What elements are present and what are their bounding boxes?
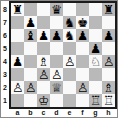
black-pawn[interactable]: ♟ xyxy=(38,29,49,42)
square-f8[interactable] xyxy=(76,3,89,16)
square-g3[interactable] xyxy=(89,68,102,81)
square-g7[interactable] xyxy=(89,16,102,29)
square-g5[interactable]: ♟ xyxy=(89,42,102,55)
white-bishop[interactable]: ♗ xyxy=(38,55,49,68)
white-queen[interactable]: ♕ xyxy=(51,81,62,94)
square-d1[interactable] xyxy=(50,94,63,107)
square-g6[interactable] xyxy=(89,29,102,42)
square-b4[interactable] xyxy=(24,55,37,68)
white-pawn[interactable]: ♙ xyxy=(12,81,23,94)
square-d5[interactable] xyxy=(50,42,63,55)
square-f7[interactable]: ♚ xyxy=(76,16,89,29)
square-h1[interactable]: ♖ xyxy=(102,94,115,107)
square-d7[interactable] xyxy=(50,16,63,29)
square-g4[interactable]: ♘ xyxy=(89,55,102,68)
square-c6[interactable]: ♟ xyxy=(37,29,50,42)
rank-label-6: 6 xyxy=(3,32,7,40)
square-e2[interactable] xyxy=(63,81,76,94)
rank-label-4: 4 xyxy=(3,58,7,66)
white-pawn[interactable]: ♙ xyxy=(64,55,75,68)
file-label-c: c xyxy=(42,109,46,117)
black-knight[interactable]: ♞ xyxy=(64,29,75,42)
square-d4[interactable] xyxy=(50,55,63,68)
square-h6[interactable]: ♟ xyxy=(102,29,115,42)
white-bishop[interactable]: ♗ xyxy=(103,81,114,94)
black-pawn[interactable]: ♟ xyxy=(12,55,23,68)
rank-label-1: 1 xyxy=(3,97,7,105)
black-bishop[interactable]: ♝ xyxy=(25,29,36,42)
file-label-e: e xyxy=(68,109,72,117)
square-a1[interactable] xyxy=(11,94,24,107)
black-rook[interactable]: ♜ xyxy=(103,3,114,16)
file-label-a: a xyxy=(16,109,20,117)
square-c4[interactable]: ♗ xyxy=(37,55,50,68)
square-g8[interactable] xyxy=(89,3,102,16)
black-pawn[interactable]: ♟ xyxy=(90,42,101,55)
square-a6[interactable] xyxy=(11,29,24,42)
rank-label-7: 7 xyxy=(3,19,7,27)
white-pawn[interactable]: ♙ xyxy=(77,81,88,94)
square-b2[interactable]: ♙ xyxy=(24,81,37,94)
square-b7[interactable]: ♟ xyxy=(24,16,37,29)
black-pawn[interactable]: ♟ xyxy=(103,29,114,42)
black-pawn[interactable]: ♟ xyxy=(77,29,88,42)
square-c7[interactable] xyxy=(37,16,50,29)
square-b3[interactable] xyxy=(24,68,37,81)
square-a2[interactable]: ♙ xyxy=(11,81,24,94)
square-h5[interactable] xyxy=(102,42,115,55)
white-knight[interactable]: ♘ xyxy=(90,55,101,68)
black-knight[interactable]: ♞ xyxy=(64,16,75,29)
rank-label-5: 5 xyxy=(3,45,7,53)
square-c3[interactable]: ♙ xyxy=(37,68,50,81)
white-pawn[interactable]: ♙ xyxy=(51,68,62,81)
black-pawn[interactable]: ♟ xyxy=(51,29,62,42)
square-a5[interactable] xyxy=(11,42,24,55)
square-d8[interactable]: ♛ xyxy=(50,3,63,16)
white-rook[interactable]: ♖ xyxy=(90,94,101,107)
square-f4[interactable] xyxy=(76,55,89,68)
square-c5[interactable] xyxy=(37,42,50,55)
corner-spacer xyxy=(1,109,9,117)
file-labels: abcdefgh xyxy=(9,109,117,117)
square-h4[interactable]: ♙ xyxy=(102,55,115,68)
square-h8[interactable]: ♜ xyxy=(102,3,115,16)
square-c2[interactable] xyxy=(37,81,50,94)
chess-diagram: 87654321 ♜♛♜♟♞♚♝♟♟♞♟♟♟♟♗♙♘♙♙♙♙♙♕♙♗♔♖♖ ab… xyxy=(0,0,118,118)
square-h3[interactable] xyxy=(102,68,115,81)
white-pawn[interactable]: ♙ xyxy=(103,55,114,68)
black-rook[interactable]: ♜ xyxy=(12,3,23,16)
square-f1[interactable] xyxy=(76,94,89,107)
square-b6[interactable]: ♝ xyxy=(24,29,37,42)
file-label-f: f xyxy=(81,109,83,117)
square-f5[interactable] xyxy=(76,42,89,55)
black-pawn[interactable]: ♟ xyxy=(25,16,36,29)
square-h2[interactable]: ♗ xyxy=(102,81,115,94)
square-a8[interactable]: ♜ xyxy=(11,3,24,16)
square-f6[interactable]: ♟ xyxy=(76,29,89,42)
square-a7[interactable] xyxy=(11,16,24,29)
square-e8[interactable] xyxy=(63,3,76,16)
square-f2[interactable]: ♙ xyxy=(76,81,89,94)
rank-labels: 87654321 xyxy=(1,1,9,109)
square-e7[interactable]: ♞ xyxy=(63,16,76,29)
file-label-d: d xyxy=(54,109,58,117)
square-e5[interactable] xyxy=(63,42,76,55)
square-e4[interactable]: ♙ xyxy=(63,55,76,68)
square-d3[interactable]: ♙ xyxy=(50,68,63,81)
square-b1[interactable] xyxy=(24,94,37,107)
file-label-h: h xyxy=(106,109,110,117)
black-king[interactable]: ♚ xyxy=(77,16,88,29)
square-e1[interactable] xyxy=(63,94,76,107)
white-king[interactable]: ♔ xyxy=(38,94,49,107)
square-h7[interactable] xyxy=(102,16,115,29)
black-queen[interactable]: ♛ xyxy=(51,3,62,16)
square-c8[interactable] xyxy=(37,3,50,16)
square-b8[interactable] xyxy=(24,3,37,16)
file-label-g: g xyxy=(93,109,97,117)
rank-label-2: 2 xyxy=(3,84,7,92)
square-g2[interactable] xyxy=(89,81,102,94)
rank-label-8: 8 xyxy=(3,6,7,14)
square-a3[interactable] xyxy=(11,68,24,81)
square-c1[interactable]: ♔ xyxy=(37,94,50,107)
square-e6[interactable]: ♞ xyxy=(63,29,76,42)
square-e3[interactable] xyxy=(63,68,76,81)
square-b5[interactable] xyxy=(24,42,37,55)
white-pawn[interactable]: ♙ xyxy=(38,68,49,81)
file-label-b: b xyxy=(28,109,32,117)
chess-board: ♜♛♜♟♞♚♝♟♟♞♟♟♟♟♗♙♘♙♙♙♙♙♕♙♗♔♖♖ xyxy=(9,1,117,109)
square-a4[interactable]: ♟ xyxy=(11,55,24,68)
white-pawn[interactable]: ♙ xyxy=(25,81,36,94)
square-d6[interactable]: ♟ xyxy=(50,29,63,42)
square-d2[interactable]: ♕ xyxy=(50,81,63,94)
square-f3[interactable] xyxy=(76,68,89,81)
white-rook[interactable]: ♖ xyxy=(103,94,114,107)
square-g1[interactable]: ♖ xyxy=(89,94,102,107)
rank-label-3: 3 xyxy=(3,71,7,79)
